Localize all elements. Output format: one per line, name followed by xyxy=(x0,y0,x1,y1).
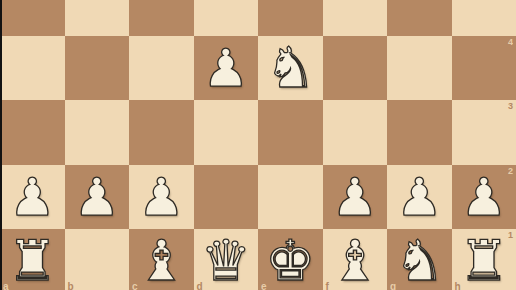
file-label-d: d xyxy=(197,281,203,290)
square-c2[interactable]: ♟ xyxy=(129,165,194,230)
square-c1[interactable]: ♝c xyxy=(129,229,194,290)
square-b2[interactable]: ♟ xyxy=(65,165,130,230)
square-h3[interactable]: 3 xyxy=(452,100,516,165)
square-f1[interactable]: ♝f xyxy=(323,229,388,290)
square-b1[interactable]: b xyxy=(65,229,130,290)
rank-label-2: 2 xyxy=(508,166,513,176)
file-label-a: a xyxy=(3,281,9,290)
chess-app-frame: ♟♞43♟♟♟♟♟♟2♜ab♝c♛d♚e♝f♞g♜1h xyxy=(0,0,516,290)
square-h2[interactable]: ♟2 xyxy=(452,165,516,230)
square-e1[interactable]: ♚e xyxy=(258,229,323,290)
square-b3[interactable] xyxy=(65,100,130,165)
square-d3[interactable] xyxy=(194,100,259,165)
white-knight-g1[interactable]: ♞ xyxy=(387,229,452,290)
rank-label-4: 4 xyxy=(508,37,513,47)
square-c5[interactable] xyxy=(129,0,194,36)
screen-left-edge xyxy=(0,0,2,290)
file-label-c: c xyxy=(132,281,138,290)
white-queen-d1[interactable]: ♛ xyxy=(194,229,259,290)
square-a3[interactable] xyxy=(0,100,65,165)
file-label-b: b xyxy=(68,281,74,290)
square-e4[interactable]: ♞ xyxy=(258,36,323,101)
white-pawn-f2[interactable]: ♟ xyxy=(323,165,388,230)
square-g2[interactable]: ♟ xyxy=(387,165,452,230)
square-b4[interactable] xyxy=(65,36,130,101)
chess-board[interactable]: ♟♞43♟♟♟♟♟♟2♜ab♝c♛d♚e♝f♞g♜1h xyxy=(0,0,516,290)
white-pawn-g2[interactable]: ♟ xyxy=(387,165,452,230)
square-d4[interactable]: ♟ xyxy=(194,36,259,101)
square-g4[interactable] xyxy=(387,36,452,101)
square-a2[interactable]: ♟ xyxy=(0,165,65,230)
square-h5[interactable] xyxy=(452,0,516,36)
white-rook-a1[interactable]: ♜ xyxy=(0,229,65,290)
square-d1[interactable]: ♛d xyxy=(194,229,259,290)
square-g5[interactable] xyxy=(387,0,452,36)
rank-label-1: 1 xyxy=(508,230,513,240)
square-d5[interactable] xyxy=(194,0,259,36)
square-b5[interactable] xyxy=(65,0,130,36)
square-h4[interactable]: 4 xyxy=(452,36,516,101)
square-c3[interactable] xyxy=(129,100,194,165)
square-e5[interactable] xyxy=(258,0,323,36)
square-f3[interactable] xyxy=(323,100,388,165)
square-f4[interactable] xyxy=(323,36,388,101)
square-d2[interactable] xyxy=(194,165,259,230)
square-g3[interactable] xyxy=(387,100,452,165)
square-a1[interactable]: ♜a xyxy=(0,229,65,290)
white-king-e1[interactable]: ♚ xyxy=(258,229,323,290)
square-a5[interactable] xyxy=(0,0,65,36)
white-bishop-f1[interactable]: ♝ xyxy=(323,229,388,290)
square-c4[interactable] xyxy=(129,36,194,101)
white-pawn-h2[interactable]: ♟ xyxy=(452,165,516,230)
white-knight-e4[interactable]: ♞ xyxy=(258,36,323,101)
white-pawn-c2[interactable]: ♟ xyxy=(129,165,194,230)
white-bishop-c1[interactable]: ♝ xyxy=(129,229,194,290)
file-label-h: h xyxy=(455,281,461,290)
white-pawn-a2[interactable]: ♟ xyxy=(0,165,65,230)
file-label-e: e xyxy=(261,281,267,290)
file-label-g: g xyxy=(390,281,396,290)
white-pawn-b2[interactable]: ♟ xyxy=(65,165,130,230)
square-a4[interactable] xyxy=(0,36,65,101)
white-rook-h1[interactable]: ♜ xyxy=(452,229,516,290)
file-label-f: f xyxy=(326,281,329,290)
square-e2[interactable] xyxy=(258,165,323,230)
rank-label-3: 3 xyxy=(508,101,513,111)
square-f5[interactable] xyxy=(323,0,388,36)
square-g1[interactable]: ♞g xyxy=(387,229,452,290)
square-e3[interactable] xyxy=(258,100,323,165)
square-h1[interactable]: ♜1h xyxy=(452,229,516,290)
white-pawn-d4[interactable]: ♟ xyxy=(194,36,259,101)
square-f2[interactable]: ♟ xyxy=(323,165,388,230)
